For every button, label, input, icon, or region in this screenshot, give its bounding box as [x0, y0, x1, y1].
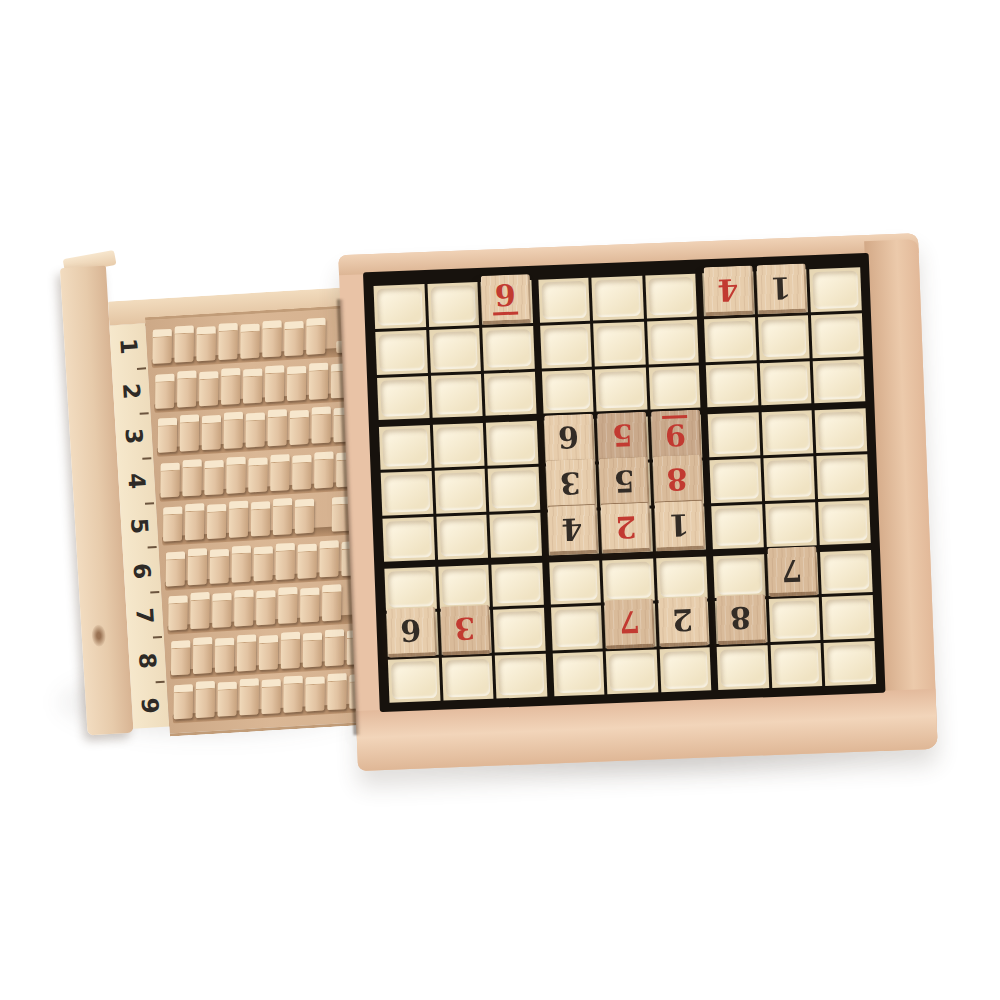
cell-r6c1[interactable] [382, 517, 434, 562]
spare-tile[interactable] [177, 370, 196, 407]
tile-digit: 8 [664, 463, 690, 494]
spare-tile[interactable] [259, 635, 278, 670]
cell-recess [713, 461, 759, 499]
tile-digit: 5 [609, 419, 635, 450]
tile-digit: 6 [555, 421, 581, 452]
cell-recess [543, 327, 589, 365]
number-tile-6-r4c4[interactable]: 6 [544, 413, 595, 464]
spare-tile[interactable] [300, 587, 319, 622]
scale-slot-5: 5 [120, 503, 159, 550]
scale-slot-6: 6 [123, 547, 162, 594]
cell-recess [772, 601, 818, 639]
scale-number-8: 8 [134, 652, 161, 670]
spare-tile[interactable] [262, 320, 281, 357]
tile-digit: 5 [611, 465, 637, 496]
cell-r4c9[interactable] [815, 409, 867, 454]
spare-tile[interactable] [246, 412, 265, 447]
cell-recess [824, 553, 870, 591]
spare-tile[interactable] [305, 676, 324, 711]
cell-recess [554, 609, 600, 647]
cell-r1c3[interactable]: 9 [481, 280, 533, 325]
grid-box-2 [538, 274, 701, 414]
spare-tile[interactable] [240, 324, 259, 359]
cell-recess [441, 568, 487, 606]
spare-tile[interactable] [171, 640, 190, 675]
scale-slot-2: 2 [112, 368, 151, 415]
number-tile-2-r6c5[interactable]: 2 [601, 503, 652, 554]
tile-digit: 3 [557, 467, 583, 498]
spare-tile[interactable] [182, 459, 201, 496]
cell-r9c3[interactable] [495, 654, 547, 699]
cell-r6c2[interactable] [436, 515, 488, 560]
cell-r2c2[interactable] [429, 328, 481, 373]
scale-slot-8: 8 [128, 637, 167, 684]
grid-box-7: 63 [384, 562, 547, 702]
cell-r5c7[interactable] [710, 458, 762, 503]
spare-tile[interactable] [212, 593, 231, 628]
spare-tile[interactable] [174, 684, 193, 719]
cell-recess [541, 281, 587, 319]
cell-r4c4[interactable]: 6 [543, 419, 595, 464]
cell-r3c6[interactable] [649, 365, 701, 410]
cell-recess [437, 472, 483, 510]
cell-recess [663, 651, 709, 689]
scale-number-2: 2 [118, 383, 145, 401]
spare-tile[interactable] [237, 634, 256, 671]
spare-tile[interactable] [229, 501, 248, 538]
cell-recess [439, 518, 485, 556]
number-tile-4-r6c4[interactable]: 4 [548, 505, 599, 556]
cell-recess [556, 655, 602, 693]
spare-tile[interactable] [248, 457, 267, 492]
cell-recess [493, 516, 539, 554]
spare-tile[interactable] [261, 679, 280, 714]
scale-slot-9: 9 [131, 682, 170, 729]
tile-digit: 6 [398, 615, 424, 646]
number-tile-7-r8c5[interactable]: 7 [605, 598, 656, 649]
cell-recess [487, 375, 533, 413]
cell-recess [763, 364, 809, 402]
cell-r2c1[interactable] [375, 330, 427, 375]
spare-tile[interactable] [210, 548, 229, 583]
cell-r8c6[interactable]: 2 [658, 602, 710, 647]
cell-r8c8[interactable] [769, 598, 821, 643]
number-tile-8-r5c6[interactable]: 8 [653, 455, 704, 506]
cell-recess [720, 648, 766, 686]
product-photo-scene: 123456789 941659358421637278 [0, 0, 1000, 1000]
cell-r8c5[interactable]: 7 [604, 604, 656, 649]
cell-recess [820, 457, 866, 495]
cell-r4c1[interactable] [379, 425, 431, 470]
cell-r5c4[interactable]: 3 [545, 465, 597, 510]
cell-r8c3[interactable] [493, 608, 545, 653]
cell-r9c5[interactable] [606, 650, 658, 695]
cell-r5c3[interactable] [488, 467, 540, 512]
cell-r4c6[interactable]: 9 [651, 415, 703, 460]
cell-recess [761, 318, 807, 356]
spare-tile[interactable] [168, 595, 187, 630]
cell-recess [382, 428, 428, 466]
number-tile-4-r1c7[interactable]: 4 [703, 266, 754, 317]
cell-recess [378, 333, 424, 371]
grid-box-3: 41 [703, 267, 866, 407]
cell-r1c6[interactable] [645, 274, 697, 319]
spare-tile[interactable] [152, 329, 171, 364]
cell-r2c6[interactable] [647, 319, 699, 364]
cell-r4c7[interactable] [708, 413, 760, 458]
spare-tile[interactable] [232, 545, 251, 582]
spare-tile[interactable] [155, 373, 174, 408]
cell-r2c4[interactable] [540, 323, 592, 368]
cell-r3c2[interactable] [431, 373, 483, 418]
cell-r7c3[interactable] [491, 562, 543, 607]
tile-digit: 3 [452, 613, 478, 644]
number-tile-5-r5c5[interactable]: 5 [599, 457, 650, 508]
cell-r2c3[interactable] [482, 326, 534, 371]
spare-tile[interactable] [287, 365, 306, 400]
cell-r6c5[interactable]: 2 [600, 508, 652, 553]
spare-tile[interactable] [234, 589, 253, 626]
spare-tile[interactable] [185, 503, 204, 540]
spare-tile[interactable] [193, 636, 212, 673]
cell-r1c4[interactable] [538, 278, 590, 323]
cell-recess [387, 570, 433, 608]
cell-recess [709, 366, 755, 404]
cell-recess [430, 285, 476, 323]
cell-r4c8[interactable] [762, 411, 814, 456]
spare-tile[interactable] [278, 587, 297, 624]
grid-box-5: 659358421 [543, 415, 706, 555]
cell-r6c4[interactable]: 4 [547, 510, 599, 555]
cell-r9c9[interactable] [824, 641, 876, 686]
cell-recess [816, 362, 862, 400]
spare-tile[interactable] [196, 326, 215, 361]
cell-r4c5[interactable]: 5 [597, 417, 649, 462]
cell-recess [822, 503, 868, 541]
cell-recess [377, 287, 423, 325]
cell-recess [489, 424, 535, 462]
cell-recess [545, 372, 591, 410]
number-tile-1-r6c6[interactable]: 1 [655, 501, 706, 552]
number-tile-8-r8c7[interactable]: 8 [716, 594, 767, 645]
scale-number-6: 6 [129, 562, 156, 580]
spare-tile[interactable] [283, 676, 302, 713]
cell-r2c9[interactable] [811, 313, 863, 358]
spare-tile[interactable] [158, 418, 177, 453]
cell-recess [650, 322, 696, 360]
cell-r1c7[interactable]: 4 [703, 271, 755, 316]
spare-tile[interactable] [224, 412, 243, 449]
spare-tile[interactable] [273, 498, 292, 535]
tile-digit: 1 [666, 509, 692, 540]
spare-tile[interactable] [281, 631, 300, 668]
cell-r4c3[interactable] [486, 421, 538, 466]
tile-digit: 9 [492, 280, 518, 315]
spare-tile[interactable] [275, 542, 294, 579]
spare-tile[interactable] [314, 451, 333, 488]
cell-r6c8[interactable] [765, 502, 817, 547]
cell-r9c2[interactable] [441, 656, 493, 701]
cell-r1c2[interactable] [427, 282, 479, 327]
cell-recess [552, 563, 598, 601]
cell-recess [494, 566, 540, 604]
cell-recess [648, 277, 694, 315]
cell-recess [765, 414, 811, 452]
cell-recess [391, 661, 437, 699]
cell-recess [813, 270, 859, 308]
cell-r5c5[interactable]: 5 [599, 463, 651, 508]
tile-digit: 1 [768, 272, 794, 303]
tile-digit: 4 [559, 513, 585, 544]
cell-recess [386, 520, 432, 558]
cell-r5c6[interactable]: 8 [652, 461, 704, 506]
cell-recess [768, 505, 814, 543]
spare-tile[interactable] [297, 543, 316, 578]
cell-r2c7[interactable] [704, 317, 756, 362]
cell-r7c5[interactable] [602, 558, 654, 603]
cell-r9c4[interactable] [552, 652, 604, 697]
cell-r6c7[interactable] [712, 504, 764, 549]
cell-recess [432, 331, 478, 369]
cell-r8c7[interactable]: 8 [715, 600, 767, 645]
spare-tile[interactable] [265, 365, 284, 402]
cell-r3c9[interactable] [813, 359, 865, 404]
scale-number-3: 3 [121, 428, 148, 446]
number-tile-3-r5c4[interactable]: 3 [546, 459, 597, 510]
number-tile-1-r1c8[interactable]: 1 [757, 264, 808, 315]
spare-tile[interactable] [284, 321, 303, 356]
number-tile-3-r8c2[interactable]: 3 [440, 605, 491, 656]
spare-tile[interactable] [239, 678, 258, 715]
cell-recess [766, 459, 812, 497]
cell-recess [434, 377, 480, 415]
cell-r2c5[interactable] [593, 321, 645, 366]
cell-r9c1[interactable] [388, 658, 440, 703]
spare-tile[interactable] [204, 459, 223, 494]
spare-tile[interactable] [160, 462, 179, 497]
spare-tile[interactable] [295, 499, 314, 534]
cell-recess [825, 599, 871, 637]
tile-digit: 8 [727, 602, 753, 633]
cell-recess [717, 557, 763, 595]
cell-recess [659, 559, 705, 597]
spare-tile[interactable] [311, 406, 330, 443]
scale-slot-3: 3 [115, 413, 154, 460]
spare-tile[interactable] [199, 371, 218, 406]
cell-r3c7[interactable] [706, 363, 758, 408]
tile-digit: 9 [662, 415, 688, 450]
cell-r3c4[interactable] [542, 369, 594, 414]
cell-recess [485, 329, 531, 367]
scale-number-7: 7 [131, 607, 158, 625]
scale-slot-7: 7 [125, 592, 164, 639]
spare-tile[interactable] [190, 592, 209, 629]
cell-r7c4[interactable] [549, 560, 601, 605]
tile-digit: 4 [714, 274, 740, 305]
cell-recess [380, 379, 426, 417]
spare-tile[interactable] [180, 414, 199, 451]
spare-tile[interactable] [215, 637, 234, 672]
number-tile-7-r7c8[interactable]: 7 [768, 546, 819, 597]
scale-number-5: 5 [126, 517, 153, 535]
spare-tile[interactable] [243, 368, 262, 403]
cell-r7c1[interactable] [384, 567, 436, 612]
spare-tile[interactable] [196, 681, 215, 718]
spare-tile[interactable] [327, 673, 346, 710]
spare-tile[interactable] [309, 362, 328, 399]
cell-r9c8[interactable] [770, 643, 822, 688]
cell-recess [598, 370, 644, 408]
cell-r6c3[interactable] [489, 513, 541, 558]
cell-r5c2[interactable] [434, 469, 486, 514]
cell-r2c8[interactable] [758, 315, 810, 360]
number-tile-9-r4c6[interactable]: 9 [651, 409, 702, 460]
cell-r7c9[interactable] [820, 550, 872, 595]
spare-tile[interactable] [166, 551, 185, 586]
grid-box-1: 9 [374, 280, 537, 420]
spare-tile[interactable] [303, 632, 322, 667]
cell-r7c2[interactable] [438, 564, 490, 609]
spare-tile[interactable] [174, 325, 193, 362]
spare-tile[interactable] [254, 546, 273, 581]
cell-r5c8[interactable] [763, 456, 815, 501]
cell-r7c6[interactable] [656, 556, 708, 601]
spare-tile[interactable] [268, 409, 287, 446]
spare-tile[interactable] [322, 584, 341, 621]
cell-recess [827, 644, 873, 682]
cell-r8c1[interactable]: 6 [386, 612, 438, 657]
sudoku-board-box: 941659358421637278 [338, 233, 937, 771]
number-tile-9-r1c3[interactable]: 9 [481, 274, 532, 325]
spare-tile[interactable] [290, 410, 309, 445]
sudoku-grid: 941659358421637278 [363, 253, 886, 712]
cell-r7c7[interactable] [713, 554, 765, 599]
cell-recess [707, 320, 753, 358]
spare-tile[interactable] [292, 454, 311, 489]
cell-r6c6[interactable]: 1 [654, 506, 706, 551]
cell-recess [711, 416, 757, 454]
tile-digit: 7 [616, 606, 642, 637]
cell-r6c9[interactable] [819, 500, 871, 545]
cell-recess [596, 325, 642, 363]
spare-tile[interactable] [251, 501, 270, 536]
scale-slot-4: 4 [117, 458, 156, 505]
number-tile-6-r8c1[interactable]: 6 [387, 607, 438, 658]
spare-tile[interactable] [221, 367, 240, 404]
cell-recess [595, 279, 641, 317]
spare-tile[interactable] [188, 548, 207, 585]
grid-box-8: 72 [549, 556, 712, 696]
tile-digit: 2 [670, 604, 696, 635]
cell-recess [652, 368, 698, 406]
cell-recess [774, 646, 820, 684]
scale-slot-1: 1 [109, 323, 148, 370]
spare-tile[interactable] [207, 504, 226, 539]
spare-tile[interactable] [226, 456, 245, 493]
spare-tile[interactable] [256, 590, 275, 625]
cell-r8c4[interactable] [551, 606, 603, 651]
spare-tile[interactable] [325, 629, 344, 666]
cell-recess [498, 657, 544, 695]
spare-tile[interactable] [163, 506, 182, 541]
scale-number-9: 9 [137, 697, 164, 715]
spare-tile[interactable] [306, 318, 325, 355]
tile-digit: 2 [612, 511, 638, 542]
cell-r3c3[interactable] [484, 371, 536, 416]
cell-r9c6[interactable] [659, 648, 711, 693]
cell-recess [715, 507, 761, 545]
spare-tile[interactable] [202, 415, 221, 450]
cell-r1c5[interactable] [592, 276, 644, 321]
grid-box-4 [379, 421, 542, 561]
tile-digit: 7 [779, 554, 805, 585]
spare-tile[interactable] [270, 454, 289, 491]
number-tile-5-r4c5[interactable]: 5 [598, 411, 649, 462]
cell-recess [444, 659, 490, 697]
grid-box-9: 78 [713, 550, 876, 690]
cell-recess [436, 426, 482, 464]
spare-tile[interactable] [218, 682, 237, 717]
grid-box-6 [708, 409, 871, 549]
cell-recess [609, 653, 655, 691]
cell-r3c8[interactable] [760, 361, 812, 406]
spare-tile[interactable] [218, 323, 237, 360]
cell-r5c9[interactable] [817, 454, 869, 499]
cell-r1c8[interactable]: 1 [756, 269, 808, 314]
cell-recess [384, 474, 430, 512]
cell-r8c2[interactable]: 3 [440, 610, 492, 655]
cell-r1c1[interactable] [374, 284, 426, 329]
cell-r1c9[interactable] [810, 267, 862, 312]
cell-recess [496, 611, 542, 649]
cell-r5c1[interactable] [381, 471, 433, 516]
number-tile-2-r8c6[interactable]: 2 [658, 596, 709, 647]
cell-r8c9[interactable] [822, 595, 874, 640]
spare-tile[interactable] [319, 540, 338, 577]
scale-number-4: 4 [123, 472, 150, 490]
cell-r9c7[interactable] [717, 645, 769, 690]
cell-recess [814, 316, 860, 354]
cell-recess [491, 470, 537, 508]
cell-recess [606, 561, 652, 599]
cell-r3c1[interactable] [377, 376, 429, 421]
cell-r7c8[interactable]: 7 [767, 552, 819, 597]
scale-number-1: 1 [115, 338, 142, 356]
cell-r4c2[interactable] [432, 423, 484, 468]
wood-knot [91, 624, 106, 647]
cell-r3c5[interactable] [595, 367, 647, 412]
cell-recess [818, 412, 864, 450]
